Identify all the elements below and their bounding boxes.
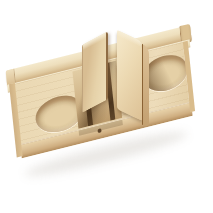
flip-panel-left [82, 31, 108, 113]
product-photo [0, 0, 213, 213]
flip-panel-right [117, 30, 143, 121]
wood-knot [97, 128, 101, 133]
